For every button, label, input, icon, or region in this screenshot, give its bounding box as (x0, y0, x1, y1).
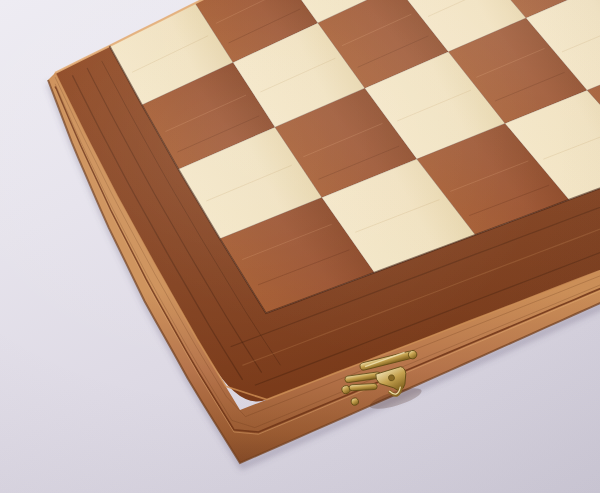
chessboard-box-photo (0, 0, 600, 493)
board-scene (0, 0, 600, 493)
wood-sheen-overlay (0, 0, 600, 420)
